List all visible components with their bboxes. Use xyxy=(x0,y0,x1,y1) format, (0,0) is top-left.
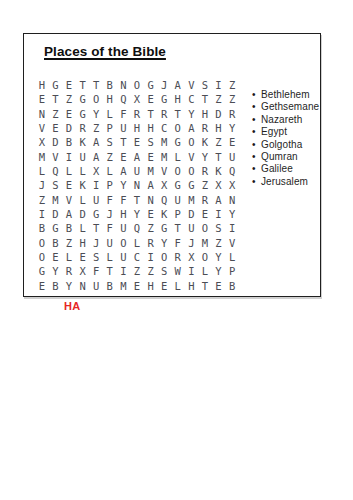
grid-cell[interactable]: A xyxy=(171,78,185,92)
grid-cell[interactable]: Q xyxy=(225,164,239,178)
grid-cell[interactable]: N xyxy=(225,193,239,207)
grid-cell[interactable]: T xyxy=(103,264,117,278)
grid-cell[interactable]: F xyxy=(117,193,131,207)
grid-cell[interactable]: O xyxy=(130,78,144,92)
grid-cell[interactable]: X xyxy=(76,264,90,278)
grid-cell[interactable]: A xyxy=(212,193,226,207)
bullet-icon: • xyxy=(252,89,261,101)
grid-cell[interactable]: R xyxy=(76,121,90,135)
grid-cell[interactable]: U xyxy=(117,121,131,135)
grid-cell[interactable]: G xyxy=(76,92,90,106)
grid-cell[interactable]: W xyxy=(171,264,185,278)
grid-cell[interactable]: Z xyxy=(225,92,239,106)
grid-cell[interactable]: V xyxy=(157,164,171,178)
grid-cell[interactable]: E xyxy=(35,279,49,293)
grid-cell[interactable]: O xyxy=(89,92,103,106)
grid-cell[interactable]: G xyxy=(157,221,171,235)
grid-cell[interactable]: L xyxy=(130,236,144,250)
bullet-icon: • xyxy=(252,151,261,163)
word-label: Golgotha xyxy=(261,139,302,151)
grid-cell[interactable]: H xyxy=(198,107,212,121)
grid-cell[interactable]: L xyxy=(225,250,239,264)
grid-cell[interactable]: S xyxy=(49,178,63,192)
grid-cell[interactable]: E xyxy=(62,178,76,192)
grid-cell[interactable]: J xyxy=(35,178,49,192)
grid-cell[interactable]: G xyxy=(171,135,185,149)
grid-cell[interactable]: B xyxy=(49,279,63,293)
grid-cell[interactable]: M xyxy=(157,150,171,164)
grid-cell[interactable]: T xyxy=(49,92,63,106)
grid-cell[interactable]: S xyxy=(89,250,103,264)
grid-cell[interactable]: R xyxy=(171,250,185,264)
grid-cell[interactable]: C xyxy=(157,121,171,135)
grid-cell[interactable]: X xyxy=(212,178,226,192)
puzzle-title: Places of the Bible xyxy=(44,44,166,59)
grid-cell[interactable]: T xyxy=(89,221,103,235)
grid-cell[interactable]: Z xyxy=(103,150,117,164)
grid-cell[interactable]: V xyxy=(185,78,199,92)
grid-cell[interactable]: O xyxy=(171,164,185,178)
grid-cell[interactable]: U xyxy=(171,193,185,207)
grid-cell[interactable]: I xyxy=(212,78,226,92)
grid-cell[interactable]: Z xyxy=(225,78,239,92)
grid-cell[interactable]: I xyxy=(144,250,158,264)
grid-cell[interactable]: T xyxy=(89,78,103,92)
grid-cell[interactable]: D xyxy=(185,207,199,221)
grid-cell[interactable]: B xyxy=(35,221,49,235)
grid-cell[interactable]: Q xyxy=(117,92,131,106)
grid-cell[interactable]: Z xyxy=(198,178,212,192)
grid-cell[interactable]: B xyxy=(62,135,76,149)
grid-cell[interactable]: Z xyxy=(144,264,158,278)
grid-cell[interactable]: Y xyxy=(198,150,212,164)
grid-cell[interactable]: O xyxy=(198,221,212,235)
grid-cell[interactable]: X xyxy=(89,164,103,178)
grid-cell[interactable]: J xyxy=(157,78,171,92)
grid-cell[interactable]: G xyxy=(76,107,90,121)
grid-cell[interactable]: Y xyxy=(225,207,239,221)
grid-cell[interactable]: F xyxy=(171,236,185,250)
grid-cell[interactable]: H xyxy=(103,92,117,106)
grid-cell[interactable]: T xyxy=(171,221,185,235)
grid-cell[interactable]: Y xyxy=(62,279,76,293)
grid-cell[interactable]: N xyxy=(76,279,90,293)
grid-cell[interactable]: M xyxy=(198,236,212,250)
grid-cell[interactable]: R xyxy=(198,193,212,207)
grid-cell[interactable]: L xyxy=(76,164,90,178)
grid-cell[interactable]: O xyxy=(35,250,49,264)
grid-cell[interactable]: A xyxy=(130,150,144,164)
grid-cell[interactable]: Y xyxy=(225,121,239,135)
grid-cell[interactable]: Z xyxy=(49,107,63,121)
grid-cell[interactable]: D xyxy=(212,107,226,121)
grid-cell[interactable]: H xyxy=(144,279,158,293)
grid-cell[interactable]: K xyxy=(76,135,90,149)
word-label: Egypt xyxy=(261,126,287,138)
grid-cell[interactable]: M xyxy=(35,150,49,164)
grid-cell[interactable]: S xyxy=(157,264,171,278)
word-label: Bethlehem xyxy=(261,89,310,101)
grid-cell[interactable]: Z xyxy=(62,92,76,106)
grid-cell[interactable]: U xyxy=(76,150,90,164)
grid-cell[interactable]: Y xyxy=(157,236,171,250)
grid-cell[interactable]: F xyxy=(89,264,103,278)
grid-cell[interactable]: T xyxy=(130,193,144,207)
grid-cell[interactable]: E xyxy=(212,279,226,293)
worksheet-page: Places of the Bible HGETTBNOGJAVSIZETZGO… xyxy=(0,0,353,500)
word-list-item: •Jerusalem xyxy=(252,176,319,188)
grid-cell[interactable]: M xyxy=(185,193,199,207)
grid-cell[interactable]: Y xyxy=(212,250,226,264)
word-list-item: •Bethlehem xyxy=(252,89,319,101)
grid-cell[interactable]: R xyxy=(198,121,212,135)
grid-cell[interactable]: J xyxy=(89,236,103,250)
grid-cell[interactable]: U xyxy=(117,221,131,235)
word-label: Nazareth xyxy=(261,114,302,126)
grid-cell[interactable]: E xyxy=(76,250,90,264)
grid-cell[interactable]: L xyxy=(103,164,117,178)
grid-cell[interactable]: I xyxy=(35,207,49,221)
bullet-icon: • xyxy=(252,101,261,113)
grid-cell[interactable]: G xyxy=(157,92,171,106)
grid-cell[interactable]: U xyxy=(185,221,199,235)
grid-cell[interactable]: L xyxy=(76,193,90,207)
bullet-icon: • xyxy=(252,114,261,126)
grid-cell[interactable]: M xyxy=(144,164,158,178)
grid-cell[interactable]: S xyxy=(198,78,212,92)
grid-cell[interactable]: O xyxy=(171,121,185,135)
grid-cell[interactable]: Z xyxy=(89,121,103,135)
grid-cell[interactable]: K xyxy=(157,207,171,221)
grid-cell[interactable]: V xyxy=(225,236,239,250)
grid-cell[interactable]: L xyxy=(171,279,185,293)
grid-cell[interactable]: T xyxy=(212,150,226,164)
grid-cell[interactable]: Y xyxy=(185,107,199,121)
grid-cell[interactable]: X xyxy=(157,178,171,192)
grid-cell[interactable]: N xyxy=(117,78,131,92)
grid-cell[interactable]: R xyxy=(144,236,158,250)
grid-cell[interactable]: B xyxy=(62,221,76,235)
grid-cell[interactable]: E xyxy=(198,207,212,221)
grid-cell[interactable]: T xyxy=(117,135,131,149)
grid-cell[interactable]: J xyxy=(103,207,117,221)
grid-cell[interactable]: P xyxy=(103,178,117,192)
grid-cell[interactable]: G xyxy=(35,264,49,278)
grid-cell[interactable]: M xyxy=(49,193,63,207)
grid-cell[interactable]: X xyxy=(185,250,199,264)
grid-cell[interactable]: R xyxy=(225,107,239,121)
word-label: Gethsemane xyxy=(261,101,319,113)
grid-cell[interactable]: O xyxy=(185,135,199,149)
grid-cell[interactable]: H xyxy=(171,92,185,106)
grid-cell[interactable]: H xyxy=(117,207,131,221)
bullet-icon: • xyxy=(252,176,261,188)
word-list-item: •Gethsemane xyxy=(252,101,319,113)
grid-cell[interactable]: K xyxy=(198,135,212,149)
grid-cell[interactable]: L xyxy=(76,221,90,235)
puzzle-box: Places of the Bible HGETTBNOGJAVSIZETZGO… xyxy=(23,33,321,297)
grid-cell[interactable]: P xyxy=(103,121,117,135)
grid-cell[interactable]: L xyxy=(171,150,185,164)
grid-cell[interactable]: Y xyxy=(49,264,63,278)
grid-cell[interactable]: Z xyxy=(35,193,49,207)
grid-cell[interactable]: G xyxy=(185,178,199,192)
grid-cell[interactable]: Z xyxy=(144,221,158,235)
grid-cell[interactable]: Z xyxy=(62,236,76,250)
grid-cell[interactable]: G xyxy=(144,78,158,92)
grid-cell[interactable]: U xyxy=(89,279,103,293)
grid-cell[interactable]: L xyxy=(62,164,76,178)
grid-cell[interactable]: T xyxy=(198,279,212,293)
grid-cell[interactable]: U xyxy=(225,150,239,164)
grid-cell[interactable]: H xyxy=(212,121,226,135)
grid-cell[interactable]: O xyxy=(157,250,171,264)
grid-cell[interactable]: Z xyxy=(212,135,226,149)
grid-cell[interactable]: U xyxy=(89,193,103,207)
grid-cell[interactable]: U xyxy=(130,164,144,178)
grid-cell[interactable]: G xyxy=(171,178,185,192)
grid-cell[interactable]: S xyxy=(103,135,117,149)
grid-cell[interactable]: L xyxy=(35,164,49,178)
grid-cell[interactable]: E xyxy=(144,207,158,221)
grid-cell[interactable]: N xyxy=(130,178,144,192)
grid-cell[interactable]: K xyxy=(212,164,226,178)
grid-cell[interactable]: F xyxy=(103,193,117,207)
grid-cell[interactable]: O xyxy=(35,236,49,250)
grid-cell[interactable]: Y xyxy=(117,178,131,192)
grid-cell[interactable]: H xyxy=(185,279,199,293)
grid-cell[interactable]: B xyxy=(103,78,117,92)
grid-cell[interactable]: E xyxy=(144,150,158,164)
grid-cell[interactable]: H xyxy=(35,78,49,92)
grid-cell[interactable]: R xyxy=(198,164,212,178)
grid-cell[interactable]: V xyxy=(62,193,76,207)
grid-cell[interactable]: D xyxy=(76,207,90,221)
grid-cell[interactable]: X xyxy=(225,178,239,192)
grid-cell[interactable]: D xyxy=(49,135,63,149)
grid-cell[interactable]: A xyxy=(89,150,103,164)
grid-cell[interactable]: O xyxy=(198,250,212,264)
grid-cell[interactable]: B xyxy=(49,236,63,250)
grid-cell[interactable]: I xyxy=(225,221,239,235)
grid-cell[interactable]: S xyxy=(144,135,158,149)
grid-cell[interactable]: Z xyxy=(212,236,226,250)
grid-cell[interactable]: V xyxy=(185,150,199,164)
grid-cell[interactable]: V xyxy=(35,121,49,135)
answer-annotation: HA xyxy=(64,300,81,312)
grid-cell[interactable]: I xyxy=(117,264,131,278)
grid-cell[interactable]: T xyxy=(76,78,90,92)
grid-cell[interactable]: P xyxy=(171,207,185,221)
word-list: •Bethlehem•Gethsemane•Nazareth•Egypt•Gol… xyxy=(252,89,319,188)
grid-cell[interactable]: M xyxy=(117,279,131,293)
grid-cell[interactable]: L xyxy=(103,250,117,264)
grid-cell[interactable]: U xyxy=(103,236,117,250)
grid-cell[interactable]: F xyxy=(103,221,117,235)
grid-cell[interactable]: Z xyxy=(130,264,144,278)
grid-cell[interactable]: Q xyxy=(49,164,63,178)
grid-cell[interactable]: C xyxy=(130,250,144,264)
word-label: Jerusalem xyxy=(261,176,308,188)
grid-cell[interactable]: D xyxy=(62,121,76,135)
grid-cell[interactable]: Y xyxy=(130,207,144,221)
grid-cell[interactable]: G xyxy=(89,207,103,221)
grid-cell[interactable]: A xyxy=(62,207,76,221)
grid-cell[interactable]: J xyxy=(185,236,199,250)
grid-cell[interactable]: E xyxy=(62,78,76,92)
bullet-icon: • xyxy=(252,139,261,151)
grid-cell[interactable]: V xyxy=(49,150,63,164)
grid-cell[interactable]: E xyxy=(49,250,63,264)
bullet-icon: • xyxy=(252,163,261,175)
grid-cell[interactable]: H xyxy=(76,236,90,250)
grid-cell[interactable]: E xyxy=(225,135,239,149)
grid-cell[interactable]: A xyxy=(185,121,199,135)
grid-cell[interactable]: O xyxy=(117,236,131,250)
grid-cell[interactable]: L xyxy=(198,264,212,278)
grid-cell[interactable]: G xyxy=(49,78,63,92)
word-label: Qumran xyxy=(261,151,298,163)
grid-cell[interactable]: L xyxy=(62,250,76,264)
word-label: Galilee xyxy=(261,163,293,175)
grid-cell[interactable]: R xyxy=(130,107,144,121)
grid-cell[interactable]: Q xyxy=(157,193,171,207)
word-list-item: •Qumran xyxy=(252,151,319,163)
bullet-icon: • xyxy=(252,126,261,138)
grid-cell[interactable]: K xyxy=(76,178,90,192)
grid-cell[interactable]: E xyxy=(130,135,144,149)
grid-cell[interactable]: H xyxy=(144,121,158,135)
grid-cell[interactable]: E xyxy=(49,121,63,135)
grid-cell[interactable]: E xyxy=(157,279,171,293)
word-list-item: •Galilee xyxy=(252,163,319,175)
grid-cell[interactable]: C xyxy=(185,92,199,106)
grid-cell[interactable]: E xyxy=(117,150,131,164)
grid-cell[interactable]: E xyxy=(62,107,76,121)
grid-cell[interactable]: U xyxy=(117,250,131,264)
grid-cell[interactable]: I xyxy=(62,150,76,164)
grid-cell[interactable]: R xyxy=(157,107,171,121)
grid-cell[interactable]: D xyxy=(49,207,63,221)
grid-cell[interactable]: T xyxy=(171,107,185,121)
grid-cell[interactable]: A xyxy=(117,164,131,178)
grid-cell[interactable]: I xyxy=(185,264,199,278)
grid-cell[interactable]: F xyxy=(117,107,131,121)
grid-cell[interactable]: S xyxy=(212,221,226,235)
grid-cell[interactable]: N xyxy=(35,107,49,121)
grid-cell[interactable]: B xyxy=(225,279,239,293)
grid-cell[interactable]: Z xyxy=(212,92,226,106)
word-list-item: •Golgotha xyxy=(252,139,319,151)
grid-cell[interactable]: B xyxy=(103,279,117,293)
grid-cell[interactable]: X xyxy=(35,135,49,149)
grid-cell[interactable]: G xyxy=(49,221,63,235)
word-list-item: •Egypt xyxy=(252,126,319,138)
grid-cell[interactable]: N xyxy=(144,193,158,207)
grid-cell[interactable]: Q xyxy=(130,221,144,235)
grid-cell[interactable]: T xyxy=(144,107,158,121)
grid-cell[interactable]: P xyxy=(225,264,239,278)
grid-cell[interactable]: X xyxy=(130,92,144,106)
grid-cell[interactable]: E xyxy=(35,92,49,106)
grid-cell[interactable]: Y xyxy=(212,264,226,278)
grid-cell[interactable]: A xyxy=(144,178,158,192)
grid-cell[interactable]: O xyxy=(185,164,199,178)
word-list-item: •Nazareth xyxy=(252,114,319,126)
grid-cell[interactable]: T xyxy=(198,92,212,106)
grid-cell[interactable]: R xyxy=(62,264,76,278)
grid-cell[interactable]: E xyxy=(144,92,158,106)
grid-cell[interactable]: E xyxy=(130,279,144,293)
grid-cell[interactable]: Y xyxy=(89,107,103,121)
grid-cell[interactable]: A xyxy=(89,135,103,149)
grid-cell[interactable]: H xyxy=(130,121,144,135)
grid-cell[interactable]: L xyxy=(103,107,117,121)
word-search-grid: HGETTBNOGJAVSIZETZGOHQXEGHCTZZNZEGYLFRTR… xyxy=(35,78,239,293)
grid-cell[interactable]: I xyxy=(89,178,103,192)
grid-cell[interactable]: M xyxy=(157,135,171,149)
grid-cell[interactable]: I xyxy=(212,207,226,221)
